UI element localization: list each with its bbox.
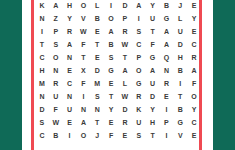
grid-cell-r9c11[interactable]: B bbox=[173, 103, 187, 116]
grid-cell-r4c10[interactable]: A bbox=[159, 38, 173, 51]
grid-cell-r2c7[interactable]: P bbox=[118, 12, 132, 25]
grid-cell-r5c4[interactable]: T bbox=[76, 51, 90, 64]
grid-cell-r4c12[interactable]: C bbox=[187, 38, 201, 51]
grid-cell-r3c10[interactable]: A bbox=[159, 25, 173, 38]
grid-cell-r2c5[interactable]: B bbox=[90, 12, 104, 25]
grid-cell-r11c10[interactable]: I bbox=[159, 129, 173, 142]
grid-cell-r2c6[interactable]: O bbox=[104, 12, 118, 25]
grid-cell-r4c1[interactable]: T bbox=[35, 38, 49, 51]
grid-cell-r8c11[interactable]: T bbox=[173, 90, 187, 103]
grid-cell-r6c5[interactable]: D bbox=[90, 64, 104, 77]
grid-cell-r9c1[interactable]: D bbox=[35, 103, 49, 116]
grid-cell-r3c4[interactable]: W bbox=[76, 25, 90, 38]
grid-cell-r5c11[interactable]: H bbox=[173, 51, 187, 64]
grid-cell-r9c6[interactable]: Y bbox=[104, 103, 118, 116]
grid-cell-r7c5[interactable]: M bbox=[90, 77, 104, 90]
grid-cell-r9c3[interactable]: U bbox=[63, 103, 77, 116]
grid-cell-r5c12[interactable]: R bbox=[187, 51, 201, 64]
grid-cell-r11c12[interactable]: E bbox=[187, 129, 201, 142]
grid-cell-r7c2[interactable]: R bbox=[49, 77, 63, 90]
grid-cell-r1c2[interactable]: A bbox=[49, 0, 63, 12]
grid-cell-r5c1[interactable]: C bbox=[35, 51, 49, 64]
grid-cell-r11c6[interactable]: F bbox=[104, 129, 118, 142]
grid-cell-r1c8[interactable]: A bbox=[132, 0, 146, 12]
grid-cell-r10c8[interactable]: U bbox=[132, 116, 146, 129]
grid-cell-r2c1[interactable]: N bbox=[35, 12, 49, 25]
grid-cell-r7c12[interactable]: F bbox=[187, 77, 201, 90]
grid-cell-r6c12[interactable]: A bbox=[187, 64, 201, 77]
grid-cell-r2c4[interactable]: V bbox=[76, 12, 90, 25]
grid-cell-r8c2[interactable]: U bbox=[49, 90, 63, 103]
grid-cell-r10c3[interactable]: E bbox=[63, 116, 77, 129]
grid-cell-r7c11[interactable]: I bbox=[173, 77, 187, 90]
grid-cell-r5c9[interactable]: G bbox=[146, 51, 160, 64]
right-page-margin-band bbox=[213, 0, 235, 150]
grid-cell-r9c9[interactable]: Y bbox=[146, 103, 160, 116]
grid-cell-r7c7[interactable]: L bbox=[118, 77, 132, 90]
left-page-margin-band bbox=[0, 0, 22, 150]
grid-cell-r10c4[interactable]: A bbox=[76, 116, 90, 129]
grid-cell-r11c9[interactable]: T bbox=[146, 129, 160, 142]
grid-cell-r4c8[interactable]: C bbox=[132, 38, 146, 51]
grid-cell-r2c12[interactable]: Y bbox=[187, 12, 201, 25]
grid-cell-r8c12[interactable]: O bbox=[187, 90, 201, 103]
grid-cell-r10c2[interactable]: W bbox=[49, 116, 63, 129]
grid-cell-r8c7[interactable]: W bbox=[118, 90, 132, 103]
grid-cell-r11c8[interactable]: S bbox=[132, 129, 146, 142]
grid-cell-r3c1[interactable]: I bbox=[35, 25, 49, 38]
grid-cell-r9c10[interactable]: I bbox=[159, 103, 173, 116]
grid-cell-r5c7[interactable]: T bbox=[118, 51, 132, 64]
grid-cell-r6c7[interactable]: A bbox=[118, 64, 132, 77]
grid-cell-r11c7[interactable]: E bbox=[118, 129, 132, 142]
grid-cell-r3c6[interactable]: A bbox=[104, 25, 118, 38]
grid-cell-r6c3[interactable]: E bbox=[63, 64, 77, 77]
grid-cell-r1c5[interactable]: L bbox=[90, 0, 104, 12]
grid-cell-r9c12[interactable]: Y bbox=[187, 103, 201, 116]
grid-cell-r1c11[interactable]: J bbox=[173, 0, 187, 12]
grid-cell-r3c5[interactable]: E bbox=[90, 25, 104, 38]
grid-cell-r10c6[interactable]: E bbox=[104, 116, 118, 129]
grid-cell-r9c4[interactable]: N bbox=[76, 103, 90, 116]
grid-cell-r1c12[interactable]: E bbox=[187, 0, 201, 12]
grid-cell-r8c3[interactable]: N bbox=[63, 90, 77, 103]
grid-cell-r6c11[interactable]: B bbox=[173, 64, 187, 77]
grid-cell-r4c6[interactable]: B bbox=[104, 38, 118, 51]
grid-cell-r11c2[interactable]: B bbox=[49, 129, 63, 142]
word-search-grid: KAHOLIDAYBJENZYVBOPIUGLYIPRWEARSTAUETSAF… bbox=[35, 0, 201, 142]
grid-cell-r1c3[interactable]: H bbox=[63, 0, 77, 12]
grid-cell-r10c9[interactable]: H bbox=[146, 116, 160, 129]
grid-cell-r7c1[interactable]: M bbox=[35, 77, 49, 90]
grid-cell-r8c10[interactable]: E bbox=[159, 90, 173, 103]
grid-cell-r1c4[interactable]: O bbox=[76, 0, 90, 12]
grid-cell-r7c8[interactable]: G bbox=[132, 77, 146, 90]
grid-cell-r1c1[interactable]: K bbox=[35, 0, 49, 12]
grid-cell-r6c9[interactable]: A bbox=[146, 64, 160, 77]
grid-cell-r4c4[interactable]: F bbox=[76, 38, 90, 51]
grid-cell-r7c10[interactable]: R bbox=[159, 77, 173, 90]
grid-cell-r9c7[interactable]: D bbox=[118, 103, 132, 116]
grid-cell-r8c5[interactable]: S bbox=[90, 90, 104, 103]
grid-cell-r6c10[interactable]: N bbox=[159, 64, 173, 77]
grid-cell-r1c9[interactable]: Y bbox=[146, 0, 160, 12]
grid-cell-r2c8[interactable]: I bbox=[132, 12, 146, 25]
grid-cell-r2c9[interactable]: U bbox=[146, 12, 160, 25]
grid-cell-r1c7[interactable]: D bbox=[118, 0, 132, 12]
grid-cell-r8c4[interactable]: I bbox=[76, 90, 90, 103]
grid-cell-r8c1[interactable]: N bbox=[35, 90, 49, 103]
grid-cell-r10c10[interactable]: P bbox=[159, 116, 173, 129]
grid-cell-r6c2[interactable]: N bbox=[49, 64, 63, 77]
grid-cell-r5c5[interactable]: E bbox=[90, 51, 104, 64]
grid-cell-r2c11[interactable]: L bbox=[173, 12, 187, 25]
word-search-page: KAHOLIDAYBJENZYVBOPIUGLYIPRWEARSTAUETSAF… bbox=[0, 0, 235, 150]
grid-cell-r3c12[interactable]: E bbox=[187, 25, 201, 38]
grid-cell-r8c6[interactable]: T bbox=[104, 90, 118, 103]
grid-cell-r4c9[interactable]: F bbox=[146, 38, 160, 51]
grid-cell-r4c11[interactable]: D bbox=[173, 38, 187, 51]
grid-cell-r9c8[interactable]: K bbox=[132, 103, 146, 116]
grid-cell-r4c3[interactable]: A bbox=[63, 38, 77, 51]
grid-cell-r7c4[interactable]: F bbox=[76, 77, 90, 90]
grid-cell-r1c10[interactable]: B bbox=[159, 0, 173, 12]
grid-cell-r4c5[interactable]: T bbox=[90, 38, 104, 51]
grid-cell-r2c10[interactable]: G bbox=[159, 12, 173, 25]
grid-cell-r10c7[interactable]: R bbox=[118, 116, 132, 129]
grid-cell-r3c3[interactable]: R bbox=[63, 25, 77, 38]
grid-cell-r9c5[interactable]: N bbox=[90, 103, 104, 116]
grid-cell-r5c10[interactable]: Q bbox=[159, 51, 173, 64]
grid-cell-r6c8[interactable]: O bbox=[132, 64, 146, 77]
grid-cell-r5c2[interactable]: O bbox=[49, 51, 63, 64]
grid-cell-r4c7[interactable]: W bbox=[118, 38, 132, 51]
grid-cell-r10c1[interactable]: S bbox=[35, 116, 49, 129]
grid-cell-r11c3[interactable]: I bbox=[63, 129, 77, 142]
grid-cell-r8c9[interactable]: D bbox=[146, 90, 160, 103]
grid-cell-r10c5[interactable]: T bbox=[90, 116, 104, 129]
grid-cell-r3c8[interactable]: S bbox=[132, 25, 146, 38]
grid-cell-r3c2[interactable]: P bbox=[49, 25, 63, 38]
grid-cell-r5c6[interactable]: S bbox=[104, 51, 118, 64]
grid-cell-r8c8[interactable]: R bbox=[132, 90, 146, 103]
grid-cell-r11c11[interactable]: V bbox=[173, 129, 187, 142]
grid-cell-r5c3[interactable]: N bbox=[63, 51, 77, 64]
grid-cell-r11c1[interactable]: C bbox=[35, 129, 49, 142]
grid-cell-r10c12[interactable]: C bbox=[187, 116, 201, 129]
grid-cell-r2c3[interactable]: Y bbox=[63, 12, 77, 25]
grid-cell-r1c6[interactable]: I bbox=[104, 0, 118, 12]
grid-cell-r9c2[interactable]: F bbox=[49, 103, 63, 116]
grid-cell-r7c3[interactable]: C bbox=[63, 77, 77, 90]
puzzle-border-left bbox=[31, 0, 34, 150]
grid-cell-r6c6[interactable]: G bbox=[104, 64, 118, 77]
grid-cell-r3c7[interactable]: R bbox=[118, 25, 132, 38]
grid-cell-r5c8[interactable]: P bbox=[132, 51, 146, 64]
grid-cell-r6c4[interactable]: X bbox=[76, 64, 90, 77]
grid-cell-r10c11[interactable]: G bbox=[173, 116, 187, 129]
grid-cell-r11c4[interactable]: O bbox=[76, 129, 90, 142]
grid-cell-r4c2[interactable]: S bbox=[49, 38, 63, 51]
grid-cell-r11c5[interactable]: J bbox=[90, 129, 104, 142]
grid-cell-r3c9[interactable]: T bbox=[146, 25, 160, 38]
grid-cell-r3c11[interactable]: U bbox=[173, 25, 187, 38]
grid-cell-r7c9[interactable]: U bbox=[146, 77, 160, 90]
grid-cell-r7c6[interactable]: E bbox=[104, 77, 118, 90]
grid-cell-r2c2[interactable]: Z bbox=[49, 12, 63, 25]
grid-cell-r6c1[interactable]: H bbox=[35, 64, 49, 77]
